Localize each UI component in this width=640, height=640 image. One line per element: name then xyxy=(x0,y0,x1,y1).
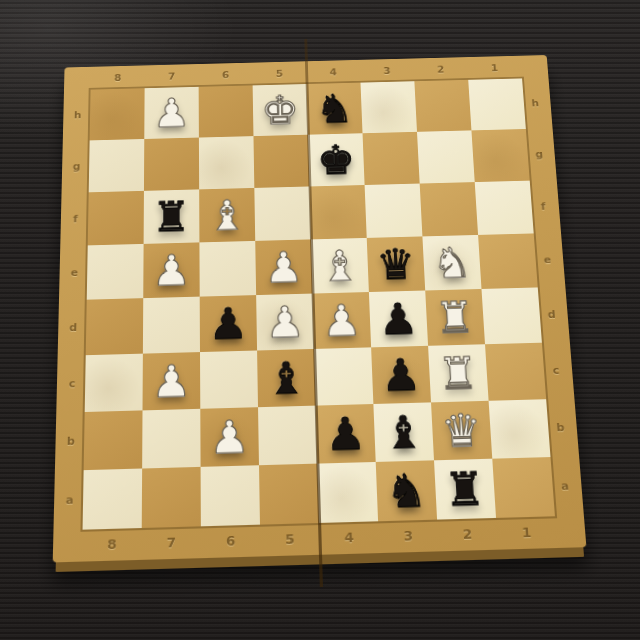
rank-label-3: 3 xyxy=(360,61,415,81)
square-b5 xyxy=(258,406,317,466)
file-label-b: b xyxy=(548,399,573,457)
rank-label-8: 8 xyxy=(91,68,145,88)
file-label-d: d xyxy=(63,300,84,356)
surface-stain xyxy=(360,81,417,133)
square-a6 xyxy=(201,465,260,526)
file-label-f: f xyxy=(532,180,555,233)
surface-stain xyxy=(85,354,143,412)
square-h7: ♟ xyxy=(144,87,199,139)
surface-stain xyxy=(471,129,529,182)
piece-bP-b4: ♟ xyxy=(325,411,367,457)
rank-label-6: 6 xyxy=(201,527,261,554)
square-h5: ♚ xyxy=(253,84,308,136)
piece-bP-d3: ♟ xyxy=(378,297,419,341)
square-g6 xyxy=(199,136,254,189)
square-d8 xyxy=(86,298,144,355)
rank-label-2: 2 xyxy=(413,60,468,80)
piece-bK-g4: ♚ xyxy=(317,139,356,180)
file-label-c: c xyxy=(61,355,82,412)
square-d4: ♟ xyxy=(313,292,372,349)
square-a5 xyxy=(259,464,319,525)
square-h6 xyxy=(199,85,254,137)
square-e3: ♛ xyxy=(367,236,425,292)
square-g8 xyxy=(89,139,145,192)
square-a3: ♞ xyxy=(376,460,437,521)
square-f7: ♜ xyxy=(144,189,200,244)
rank-label-3: 3 xyxy=(378,522,438,549)
file-label-e: e xyxy=(64,245,85,300)
piece-bB-c5: ♝ xyxy=(266,356,307,401)
square-c2: ♜ xyxy=(428,344,489,402)
square-g5 xyxy=(253,135,309,188)
surface-stain xyxy=(90,88,145,140)
square-f5 xyxy=(254,186,311,240)
square-g1 xyxy=(471,129,529,182)
square-e2: ♞ xyxy=(422,235,481,291)
file-label-b: b xyxy=(60,412,82,471)
piece-wP-c7: ♟ xyxy=(151,359,191,404)
rank-label-5: 5 xyxy=(252,64,306,84)
file-label-h: h xyxy=(524,78,547,129)
square-b2: ♛ xyxy=(431,401,492,461)
file-label-c: c xyxy=(544,342,568,399)
square-a2: ♜ xyxy=(434,459,496,520)
rank-label-1: 1 xyxy=(496,518,557,545)
square-h4: ♞ xyxy=(307,83,363,135)
square-f8 xyxy=(88,191,144,246)
square-b6: ♟ xyxy=(200,407,259,467)
chess-board-wrap: 87654321 87654321 hgfedcba hgfedcba ♟♚♞♚… xyxy=(53,55,587,562)
square-f2 xyxy=(420,182,478,236)
piece-bN-a3: ♞ xyxy=(385,467,428,514)
square-d2: ♜ xyxy=(425,289,485,346)
rank-label-7: 7 xyxy=(142,528,201,555)
piece-wR-c2: ♜ xyxy=(437,351,479,396)
piece-bB-b3: ♝ xyxy=(383,409,425,455)
board-border: 87654321 87654321 hgfedcba hgfedcba ♟♚♞♚… xyxy=(53,55,587,562)
square-c4 xyxy=(314,347,373,405)
surface-stain xyxy=(489,399,551,458)
piece-bR-a2: ♜ xyxy=(443,466,486,513)
rank-label-6: 6 xyxy=(199,65,253,85)
piece-wP-d4: ♟ xyxy=(321,299,362,343)
square-c1 xyxy=(485,343,546,401)
square-d1 xyxy=(481,287,541,344)
piece-wP-e7: ♟ xyxy=(152,249,191,292)
piece-bP-d6: ♟ xyxy=(208,302,248,346)
square-h2 xyxy=(414,80,471,132)
file-label-a: a xyxy=(553,456,578,516)
square-e6 xyxy=(199,241,256,297)
rank-label-1: 1 xyxy=(467,58,522,78)
square-c7: ♟ xyxy=(143,352,201,410)
piece-wP-d5: ♟ xyxy=(265,300,305,344)
square-a8 xyxy=(83,469,143,530)
square-d5: ♟ xyxy=(256,294,314,351)
piece-bP-c3: ♟ xyxy=(380,352,422,397)
square-c6 xyxy=(200,350,258,408)
rank-label-7: 7 xyxy=(145,67,199,87)
rank-label-8: 8 xyxy=(82,530,142,557)
square-f6: ♝ xyxy=(199,188,255,242)
square-g2 xyxy=(417,130,475,183)
rank-label-4: 4 xyxy=(319,523,379,550)
square-g3 xyxy=(363,132,420,185)
square-c5: ♝ xyxy=(257,349,316,407)
table-background: 87654321 87654321 hgfedcba hgfedcba ♟♚♞♚… xyxy=(0,0,640,640)
piece-wP-b6: ♟ xyxy=(209,414,250,460)
square-b3: ♝ xyxy=(373,402,434,462)
rank-label-5: 5 xyxy=(260,525,320,552)
square-h3 xyxy=(360,81,417,133)
square-d3: ♟ xyxy=(369,290,428,347)
square-e8 xyxy=(87,244,144,300)
square-e5: ♟ xyxy=(255,239,312,295)
square-h1 xyxy=(468,78,526,130)
square-c3: ♟ xyxy=(371,346,431,404)
square-f3 xyxy=(365,184,423,238)
square-a4 xyxy=(317,462,378,523)
square-c8 xyxy=(85,354,143,412)
square-b4: ♟ xyxy=(316,404,376,464)
piece-wQ-b2: ♛ xyxy=(440,408,483,454)
square-a1 xyxy=(492,457,555,518)
piece-wB-e4: ♝ xyxy=(320,244,360,287)
file-label-g: g xyxy=(528,128,551,180)
piece-wP-h7: ♟ xyxy=(153,93,191,133)
piece-bQ-e3: ♛ xyxy=(376,243,417,286)
square-h8 xyxy=(90,88,145,140)
square-f1 xyxy=(475,181,534,235)
piece-bN-h4: ♞ xyxy=(315,89,354,129)
square-d6: ♟ xyxy=(200,295,257,352)
square-g7 xyxy=(144,138,199,191)
piece-wB-f6: ♝ xyxy=(208,194,247,236)
file-label-d: d xyxy=(540,287,564,343)
square-b7 xyxy=(142,409,200,469)
square-b8 xyxy=(84,410,143,470)
square-e4: ♝ xyxy=(311,238,369,294)
surface-stain xyxy=(309,185,366,239)
piece-wP-e5: ♟ xyxy=(264,246,304,289)
square-d7 xyxy=(143,297,200,354)
piece-bR-f7: ♜ xyxy=(152,196,191,238)
rank-label-4: 4 xyxy=(306,62,360,82)
rank-label-2: 2 xyxy=(437,520,498,547)
square-a7 xyxy=(142,467,201,528)
piece-wK-h5: ♚ xyxy=(261,90,299,130)
square-e7: ♟ xyxy=(143,242,199,298)
file-label-a: a xyxy=(59,470,81,530)
square-b1 xyxy=(489,399,551,458)
surface-stain xyxy=(199,136,254,189)
piece-wR-d2: ♜ xyxy=(434,295,476,339)
file-label-e: e xyxy=(536,233,560,288)
surface-stain xyxy=(317,462,378,523)
square-f4 xyxy=(309,185,366,239)
file-label-f: f xyxy=(65,192,86,246)
piece-wN-e2: ♞ xyxy=(431,241,472,284)
file-label-h: h xyxy=(68,90,88,141)
square-e1 xyxy=(478,233,538,289)
file-label-g: g xyxy=(66,140,86,192)
square-g4: ♚ xyxy=(308,133,365,186)
